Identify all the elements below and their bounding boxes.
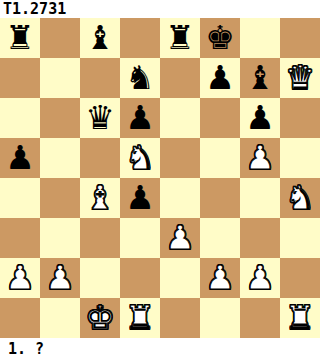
square-h6[interactable] bbox=[280, 98, 320, 138]
square-b1[interactable] bbox=[40, 298, 80, 338]
square-d8[interactable] bbox=[120, 18, 160, 58]
black-bishop: ♝ bbox=[80, 18, 120, 58]
white-king: ♚ bbox=[80, 298, 120, 338]
square-e5[interactable] bbox=[160, 138, 200, 178]
black-king: ♚ bbox=[200, 18, 240, 58]
square-b5[interactable] bbox=[40, 138, 80, 178]
white-pawn: ♟ bbox=[160, 218, 200, 258]
black-rook: ♜ bbox=[0, 18, 40, 58]
square-d6[interactable]: ♟ bbox=[120, 98, 160, 138]
black-rook: ♜ bbox=[160, 18, 200, 58]
black-pawn: ♟ bbox=[200, 58, 240, 98]
square-b8[interactable] bbox=[40, 18, 80, 58]
square-g1[interactable] bbox=[240, 298, 280, 338]
white-rook: ♜ bbox=[280, 298, 320, 338]
square-d4[interactable]: ♟ bbox=[120, 178, 160, 218]
square-f2[interactable]: ♟ bbox=[200, 258, 240, 298]
black-pawn: ♟ bbox=[240, 98, 280, 138]
white-rook: ♜ bbox=[120, 298, 160, 338]
white-pawn: ♟ bbox=[240, 258, 280, 298]
square-g8[interactable] bbox=[240, 18, 280, 58]
black-knight: ♞ bbox=[120, 58, 160, 98]
square-f4[interactable] bbox=[200, 178, 240, 218]
square-h5[interactable] bbox=[280, 138, 320, 178]
black-pawn: ♟ bbox=[120, 178, 160, 218]
square-f5[interactable] bbox=[200, 138, 240, 178]
black-queen: ♛ bbox=[80, 98, 120, 138]
square-b4[interactable] bbox=[40, 178, 80, 218]
square-g7[interactable]: ♝ bbox=[240, 58, 280, 98]
black-pawn: ♟ bbox=[120, 98, 160, 138]
black-pawn: ♟ bbox=[0, 138, 40, 178]
square-h3[interactable] bbox=[280, 218, 320, 258]
square-h4[interactable]: ♞ bbox=[280, 178, 320, 218]
square-d1[interactable]: ♜ bbox=[120, 298, 160, 338]
white-queen: ♛ bbox=[280, 58, 320, 98]
square-d7[interactable]: ♞ bbox=[120, 58, 160, 98]
square-d2[interactable] bbox=[120, 258, 160, 298]
square-e3[interactable]: ♟ bbox=[160, 218, 200, 258]
square-a6[interactable] bbox=[0, 98, 40, 138]
square-e6[interactable] bbox=[160, 98, 200, 138]
square-a7[interactable] bbox=[0, 58, 40, 98]
square-f1[interactable] bbox=[200, 298, 240, 338]
square-c1[interactable]: ♚ bbox=[80, 298, 120, 338]
square-c5[interactable] bbox=[80, 138, 120, 178]
white-bishop: ♝ bbox=[80, 178, 120, 218]
square-g6[interactable]: ♟ bbox=[240, 98, 280, 138]
square-d3[interactable] bbox=[120, 218, 160, 258]
square-g3[interactable] bbox=[240, 218, 280, 258]
white-pawn: ♟ bbox=[40, 258, 80, 298]
square-f8[interactable]: ♚ bbox=[200, 18, 240, 58]
chess-board: ♜♝♜♚♞♟♝♛♛♟♟♟♞♟♝♟♞♟♟♟♟♟♚♜♜ bbox=[0, 18, 320, 338]
square-c6[interactable]: ♛ bbox=[80, 98, 120, 138]
square-b3[interactable] bbox=[40, 218, 80, 258]
white-pawn: ♟ bbox=[240, 138, 280, 178]
square-e4[interactable] bbox=[160, 178, 200, 218]
black-bishop: ♝ bbox=[240, 58, 280, 98]
square-g4[interactable] bbox=[240, 178, 280, 218]
square-b2[interactable]: ♟ bbox=[40, 258, 80, 298]
square-f6[interactable] bbox=[200, 98, 240, 138]
square-h8[interactable] bbox=[280, 18, 320, 58]
square-h7[interactable]: ♛ bbox=[280, 58, 320, 98]
square-c3[interactable] bbox=[80, 218, 120, 258]
square-a2[interactable]: ♟ bbox=[0, 258, 40, 298]
square-d5[interactable]: ♞ bbox=[120, 138, 160, 178]
square-g2[interactable]: ♟ bbox=[240, 258, 280, 298]
move-prompt: 1. ? bbox=[8, 338, 44, 360]
square-c8[interactable]: ♝ bbox=[80, 18, 120, 58]
square-e1[interactable] bbox=[160, 298, 200, 338]
square-e2[interactable] bbox=[160, 258, 200, 298]
white-knight: ♞ bbox=[280, 178, 320, 218]
white-knight: ♞ bbox=[120, 138, 160, 178]
square-b7[interactable] bbox=[40, 58, 80, 98]
square-g5[interactable]: ♟ bbox=[240, 138, 280, 178]
square-f3[interactable] bbox=[200, 218, 240, 258]
square-a3[interactable] bbox=[0, 218, 40, 258]
white-pawn: ♟ bbox=[0, 258, 40, 298]
square-c7[interactable] bbox=[80, 58, 120, 98]
square-a4[interactable] bbox=[0, 178, 40, 218]
square-b6[interactable] bbox=[40, 98, 80, 138]
square-a5[interactable]: ♟ bbox=[0, 138, 40, 178]
white-pawn: ♟ bbox=[200, 258, 240, 298]
square-c2[interactable] bbox=[80, 258, 120, 298]
square-a1[interactable] bbox=[0, 298, 40, 338]
square-e8[interactable]: ♜ bbox=[160, 18, 200, 58]
square-a8[interactable]: ♜ bbox=[0, 18, 40, 58]
square-c4[interactable]: ♝ bbox=[80, 178, 120, 218]
square-h2[interactable] bbox=[280, 258, 320, 298]
square-f7[interactable]: ♟ bbox=[200, 58, 240, 98]
square-h1[interactable]: ♜ bbox=[280, 298, 320, 338]
square-e7[interactable] bbox=[160, 58, 200, 98]
puzzle-id-label: T1.2731 bbox=[3, 0, 66, 18]
